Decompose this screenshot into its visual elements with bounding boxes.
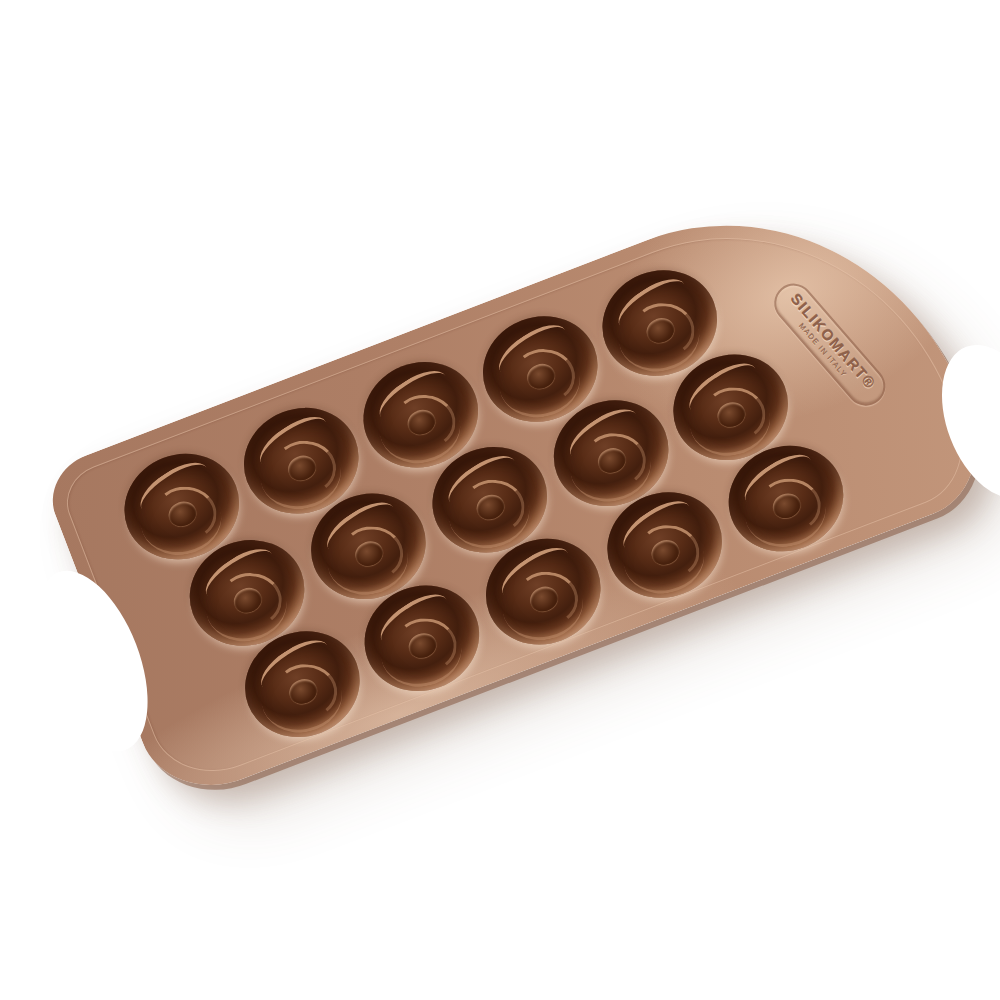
brand-name-text: SILIKOMART® <box>787 290 879 392</box>
rose-inner-petal <box>636 523 701 581</box>
rose-inner-petal <box>392 393 457 451</box>
rose-petal-edge <box>563 424 656 508</box>
rose-inner-petal <box>339 525 404 583</box>
rose-petal-edge <box>442 471 535 555</box>
rose-bud-center <box>404 406 439 438</box>
rose-petal-highlight <box>132 453 215 524</box>
rose-petal-highlight <box>610 269 693 340</box>
rose-petal-edge <box>738 470 831 554</box>
rose-bud-center <box>165 498 200 530</box>
rose-inner-petal <box>702 386 767 444</box>
rose-petal-highlight <box>371 361 454 432</box>
rose-inner-petal <box>393 617 458 675</box>
rose-bud-center <box>351 537 386 569</box>
rose-inner-petal <box>511 347 576 405</box>
rose-bud-center <box>284 452 319 484</box>
rose-inner-petal <box>582 432 647 490</box>
rose-petal-edge <box>493 340 586 424</box>
rose-bud-center <box>769 489 804 521</box>
rose-petal-highlight <box>490 315 573 386</box>
chocolate-mold-tray: SILIKOMART® MADE IN ITALY <box>39 154 998 807</box>
rose-bud-center <box>648 536 683 568</box>
handle-notch-left <box>13 555 170 766</box>
rose-petal-edge <box>134 478 227 562</box>
rose-petal-edge <box>199 564 292 648</box>
rose-inner-petal <box>757 477 822 535</box>
rose-petal-edge <box>617 516 710 600</box>
rose-petal-highlight <box>561 399 644 470</box>
handle-notch-right <box>922 330 1000 513</box>
rose-inner-petal <box>153 485 218 543</box>
rose-bud-center <box>594 444 629 476</box>
rose-bud-center <box>643 314 678 346</box>
rose-petal-edge <box>373 386 466 470</box>
rose-bud-center <box>714 398 749 430</box>
rose-bud-center <box>405 629 440 661</box>
rose-bud-center <box>285 675 320 707</box>
rose-petal-edge <box>255 655 348 739</box>
rose-inner-petal <box>218 571 283 629</box>
rose-inner-petal <box>514 570 579 628</box>
rose-bud-center <box>230 584 265 616</box>
rose-inner-petal <box>631 301 696 359</box>
product-photo: SILIKOMART® MADE IN ITALY <box>0 0 1000 1000</box>
rose-bud-center <box>526 583 561 615</box>
rose-bud-center <box>473 491 508 523</box>
rose-petal-edge <box>374 610 467 694</box>
rose-petal-edge <box>683 379 776 463</box>
rose-petal-edge <box>254 432 347 516</box>
rose-petal-edge <box>321 518 414 602</box>
rose-bud-center <box>523 360 558 392</box>
rose-petal-highlight <box>251 407 334 478</box>
rose-inner-petal <box>273 663 338 721</box>
rose-petal-highlight <box>681 354 764 425</box>
rose-inner-petal <box>461 478 526 536</box>
rose-petal-edge <box>612 294 705 378</box>
rose-inner-petal <box>272 439 337 497</box>
rose-petal-edge <box>496 563 589 647</box>
